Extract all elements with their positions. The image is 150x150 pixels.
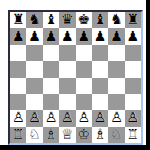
piece-bp-f7[interactable]: ♟	[94, 29, 107, 43]
piece-wr-h1[interactable]: ♖	[127, 127, 140, 141]
square-b1[interactable]: ♘	[26, 127, 42, 143]
piece-wn-b1[interactable]: ♘	[28, 127, 41, 141]
square-b2[interactable]: ♙	[26, 110, 42, 126]
square-f8[interactable]: ♝	[92, 12, 108, 28]
piece-bk-e8[interactable]: ♚	[77, 12, 90, 26]
square-a1[interactable]: ♖	[10, 127, 26, 143]
piece-wp-f2[interactable]: ♙	[94, 110, 107, 124]
piece-bn-b8[interactable]: ♞	[28, 12, 41, 26]
square-b8[interactable]: ♞	[26, 12, 42, 28]
piece-wn-g1[interactable]: ♘	[110, 127, 123, 141]
square-c3[interactable]	[43, 94, 59, 110]
square-a7[interactable]: ♟	[10, 28, 26, 44]
piece-wp-h2[interactable]: ♙	[127, 110, 140, 124]
square-c6[interactable]	[43, 45, 59, 61]
square-g5[interactable]	[108, 61, 124, 77]
square-f1[interactable]: ♗	[92, 127, 108, 143]
piece-wp-g2[interactable]: ♙	[110, 110, 123, 124]
square-b5[interactable]	[26, 61, 42, 77]
square-b4[interactable]	[26, 78, 42, 94]
square-a4[interactable]	[10, 78, 26, 94]
square-d4[interactable]	[59, 78, 75, 94]
piece-bb-c8[interactable]: ♝	[45, 12, 58, 26]
piece-bp-h7[interactable]: ♟	[127, 29, 140, 43]
piece-wp-e2[interactable]: ♙	[77, 110, 90, 124]
square-e7[interactable]: ♟	[76, 28, 92, 44]
square-b7[interactable]: ♟	[26, 28, 42, 44]
square-g8[interactable]: ♞	[108, 12, 124, 28]
square-d1[interactable]: ♕	[59, 127, 75, 143]
square-d3[interactable]	[59, 94, 75, 110]
square-e4[interactable]	[76, 78, 92, 94]
square-f5[interactable]	[92, 61, 108, 77]
piece-br-a8[interactable]: ♜	[12, 12, 25, 26]
square-d6[interactable]	[59, 45, 75, 61]
piece-wb-f1[interactable]: ♗	[94, 127, 107, 141]
square-b3[interactable]	[26, 94, 42, 110]
square-e1[interactable]: ♔	[76, 127, 92, 143]
square-a8[interactable]: ♜	[10, 12, 26, 28]
piece-bb-f8[interactable]: ♝	[94, 12, 107, 26]
square-c2[interactable]: ♙	[43, 110, 59, 126]
square-h8[interactable]: ♜	[125, 12, 141, 28]
square-c5[interactable]	[43, 61, 59, 77]
square-e2[interactable]: ♙	[76, 110, 92, 126]
square-c8[interactable]: ♝	[43, 12, 59, 28]
square-h4[interactable]	[125, 78, 141, 94]
square-g4[interactable]	[108, 78, 124, 94]
square-e5[interactable]	[76, 61, 92, 77]
piece-bp-e7[interactable]: ♟	[77, 29, 90, 43]
chess-board-frame: ♜♞♝♛♚♝♞♜♟♟♟♟♟♟♟♟♙♙♙♙♙♙♙♙♖♘♗♕♔♗♘♖	[8, 10, 143, 145]
square-g2[interactable]: ♙	[108, 110, 124, 126]
piece-bp-d7[interactable]: ♟	[61, 29, 74, 43]
piece-wp-a2[interactable]: ♙	[12, 110, 25, 124]
square-f2[interactable]: ♙	[92, 110, 108, 126]
square-c1[interactable]: ♗	[43, 127, 59, 143]
square-g6[interactable]	[108, 45, 124, 61]
square-e6[interactable]	[76, 45, 92, 61]
square-a3[interactable]	[10, 94, 26, 110]
square-a2[interactable]: ♙	[10, 110, 26, 126]
square-g7[interactable]: ♟	[108, 28, 124, 44]
square-d2[interactable]: ♙	[59, 110, 75, 126]
piece-wp-d2[interactable]: ♙	[61, 110, 74, 124]
square-b6[interactable]	[26, 45, 42, 61]
square-h2[interactable]: ♙	[125, 110, 141, 126]
piece-bp-c7[interactable]: ♟	[45, 29, 58, 43]
square-h5[interactable]	[125, 61, 141, 77]
piece-bq-d8[interactable]: ♛	[61, 12, 74, 26]
square-h1[interactable]: ♖	[125, 127, 141, 143]
square-f7[interactable]: ♟	[92, 28, 108, 44]
piece-bp-b7[interactable]: ♟	[28, 29, 41, 43]
square-e8[interactable]: ♚	[76, 12, 92, 28]
square-e3[interactable]	[76, 94, 92, 110]
square-c4[interactable]	[43, 78, 59, 94]
piece-bp-g7[interactable]: ♟	[110, 29, 123, 43]
square-a6[interactable]	[10, 45, 26, 61]
piece-wk-e1[interactable]: ♔	[77, 127, 90, 141]
square-h3[interactable]	[125, 94, 141, 110]
square-d8[interactable]: ♛	[59, 12, 75, 28]
piece-bp-a7[interactable]: ♟	[12, 29, 25, 43]
square-d7[interactable]: ♟	[59, 28, 75, 44]
square-f3[interactable]	[92, 94, 108, 110]
piece-wb-c1[interactable]: ♗	[45, 127, 58, 141]
chess-board[interactable]: ♜♞♝♛♚♝♞♜♟♟♟♟♟♟♟♟♙♙♙♙♙♙♙♙♖♘♗♕♔♗♘♖	[10, 12, 141, 143]
square-h6[interactable]	[125, 45, 141, 61]
piece-wp-c2[interactable]: ♙	[45, 110, 58, 124]
square-f6[interactable]	[92, 45, 108, 61]
piece-br-h8[interactable]: ♜	[127, 12, 140, 26]
square-a5[interactable]	[10, 61, 26, 77]
square-g1[interactable]: ♘	[108, 127, 124, 143]
piece-wq-d1[interactable]: ♕	[61, 127, 74, 141]
piece-bn-g8[interactable]: ♞	[110, 12, 123, 26]
square-f4[interactable]	[92, 78, 108, 94]
square-d5[interactable]	[59, 61, 75, 77]
square-h7[interactable]: ♟	[125, 28, 141, 44]
square-c7[interactable]: ♟	[43, 28, 59, 44]
square-g3[interactable]	[108, 94, 124, 110]
piece-wr-a1[interactable]: ♖	[12, 127, 25, 141]
piece-wp-b2[interactable]: ♙	[28, 110, 41, 124]
